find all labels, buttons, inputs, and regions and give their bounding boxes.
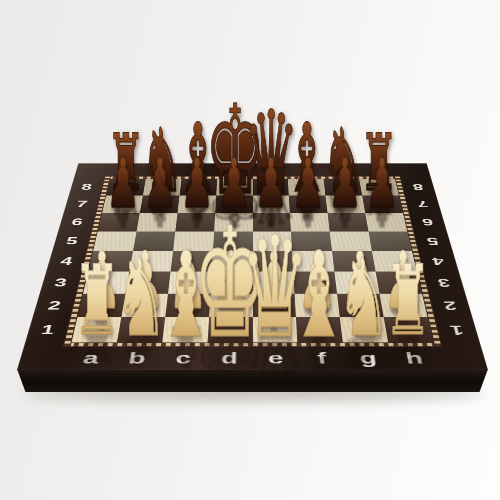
file-label-b: b — [112, 347, 162, 370]
rank-label-right-wrap-7: 7 — [405, 195, 441, 212]
square-f4 — [292, 251, 334, 272]
file-label-c: c — [159, 347, 207, 370]
square-h5 — [369, 231, 412, 251]
rank-label-left-5: 5 — [52, 231, 91, 251]
square-c3 — [168, 272, 212, 294]
square-b5 — [133, 231, 175, 251]
rank-label-left-7: 7 — [64, 195, 100, 212]
square-b2 — [121, 294, 168, 318]
square-h6 — [365, 213, 407, 231]
board-back-bevel — [78, 163, 427, 164]
rank-label-right-wrap-6: 6 — [409, 213, 447, 231]
rank-label-right-wrap-4: 4 — [419, 251, 459, 272]
square-f7 — [289, 195, 328, 212]
square-b7 — [140, 195, 180, 212]
square-d1 — [207, 317, 252, 342]
rank-label-right-3: 3 — [437, 276, 452, 289]
square-d3 — [210, 272, 252, 294]
rank-label-right-wrap-1: 1 — [435, 317, 480, 342]
square-h7 — [362, 195, 403, 212]
rank-label-right-2: 2 — [442, 298, 458, 312]
square-d4 — [211, 251, 252, 272]
square-h1 — [384, 317, 434, 342]
square-b8 — [143, 179, 182, 196]
square-g8 — [324, 179, 363, 196]
rank-label-left-2: 2 — [33, 294, 76, 318]
square-a7 — [102, 195, 143, 212]
square-c2 — [165, 294, 210, 318]
square-e7 — [253, 195, 291, 212]
rank-label-left-6: 6 — [58, 213, 96, 231]
rank-label-left-8: 8 — [69, 179, 104, 196]
square-b6 — [136, 213, 177, 231]
square-d6 — [214, 213, 253, 231]
rank-label-left-3: 3 — [40, 272, 82, 294]
square-a3 — [83, 272, 129, 294]
square-a5 — [93, 231, 136, 251]
square-a8 — [106, 179, 145, 196]
square-g6 — [328, 213, 369, 231]
square-g4 — [332, 251, 376, 272]
square-e3 — [253, 272, 295, 294]
chessboard: abcdefgh1122334455667788 — [17, 163, 488, 370]
square-e6 — [253, 213, 292, 231]
file-label-f: f — [298, 347, 346, 370]
square-a4 — [88, 251, 133, 272]
square-f8 — [288, 179, 326, 196]
square-h3 — [376, 272, 422, 294]
square-g2 — [337, 294, 384, 318]
square-d7 — [215, 195, 253, 212]
square-f2 — [295, 294, 340, 318]
square-e5 — [253, 231, 293, 251]
rank-label-right-wrap-5: 5 — [414, 231, 453, 251]
square-c4 — [170, 251, 212, 272]
rank-label-right-wrap-3: 3 — [424, 272, 466, 294]
square-h2 — [380, 294, 428, 318]
square-c1 — [162, 317, 209, 342]
square-h8 — [359, 179, 398, 196]
rank-label-right-1: 1 — [449, 322, 466, 337]
rank-label-left-1: 1 — [25, 317, 70, 342]
file-label-e: e — [253, 347, 300, 370]
square-b4 — [129, 251, 173, 272]
board-front-edge — [17, 369, 488, 392]
rank-label-left-4: 4 — [46, 251, 86, 272]
square-a2 — [77, 294, 125, 318]
square-g5 — [330, 231, 372, 251]
square-e4 — [253, 251, 294, 272]
square-f3 — [294, 272, 338, 294]
square-d8 — [216, 179, 253, 196]
rank-label-right-4: 4 — [431, 255, 446, 267]
square-f1 — [296, 317, 343, 342]
square-e8 — [253, 179, 290, 196]
square-d5 — [213, 231, 253, 251]
rank-label-right-6: 6 — [421, 217, 435, 228]
square-g7 — [326, 195, 366, 212]
file-label-h: h — [389, 347, 440, 370]
square-e1 — [253, 317, 298, 342]
square-b1 — [117, 317, 165, 342]
product-photo-scene: abcdefgh1122334455667788 ♜♜♞♞♝♝♚♚♛♛♝♝♞♞♜… — [0, 0, 500, 500]
square-g3 — [335, 272, 380, 294]
square-a1 — [72, 317, 122, 342]
square-c8 — [179, 179, 217, 196]
file-label-a: a — [65, 347, 116, 370]
square-f6 — [290, 213, 330, 231]
square-f5 — [291, 231, 332, 251]
square-c5 — [173, 231, 214, 251]
file-label-g: g — [344, 347, 394, 370]
square-g1 — [340, 317, 388, 342]
rank-label-right-7: 7 — [416, 199, 429, 209]
file-label-d: d — [206, 347, 253, 370]
board-squares — [72, 179, 434, 343]
square-b3 — [125, 272, 170, 294]
square-h4 — [372, 251, 417, 272]
square-c6 — [175, 213, 215, 231]
rank-label-right-5: 5 — [426, 235, 440, 247]
rank-label-right-wrap-8: 8 — [401, 179, 436, 196]
rank-label-right-8: 8 — [412, 182, 425, 192]
square-d2 — [209, 294, 253, 318]
square-a6 — [98, 213, 140, 231]
square-c7 — [177, 195, 216, 212]
square-e2 — [253, 294, 297, 318]
rank-label-right-wrap-2: 2 — [429, 294, 472, 318]
